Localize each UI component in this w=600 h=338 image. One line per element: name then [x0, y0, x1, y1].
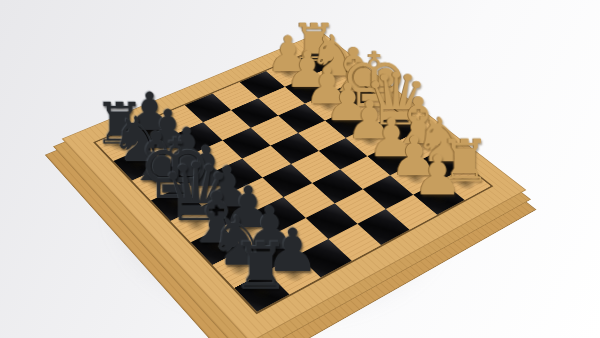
- white-pawn-glyph: ♟: [413, 152, 463, 202]
- square-a8: ♜: [234, 271, 289, 312]
- chessboard-3d: ♜♞♝♚♛♝♞♜♟♟♟♟♟♟♟♟♟♟♟♟♟♟♟♟♜♞♝♚♛♝♞♜: [63, 32, 525, 338]
- black-rook-glyph: ♜: [232, 237, 291, 296]
- board-frame: ♜♞♝♚♛♝♞♜♟♟♟♟♟♟♟♟♟♟♟♟♟♟♟♟♜♞♝♚♛♝♞♜: [63, 32, 525, 338]
- board-perspective-wrapper: ♜♞♝♚♛♝♞♜♟♟♟♟♟♟♟♟♟♟♟♟♟♟♟♟♜♞♝♚♛♝♞♜: [0, 0, 600, 338]
- scene-background: ♜♞♝♚♛♝♞♜♟♟♟♟♟♟♟♟♟♟♟♟♟♟♟♟♜♞♝♚♛♝♞♜: [0, 0, 600, 338]
